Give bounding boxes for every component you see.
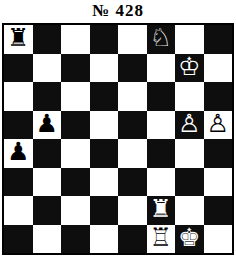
- chess-diagram: № 428 ♜♘♔♟♙♙♟♜♖♚: [0, 0, 236, 260]
- square-f7: [147, 54, 176, 83]
- square-d4: [90, 139, 119, 168]
- square-d5: [90, 111, 119, 140]
- square-a3: [4, 168, 33, 197]
- square-h7: [204, 54, 233, 83]
- square-e1: [118, 225, 147, 254]
- square-f4: [147, 139, 176, 168]
- square-h5: ♙: [204, 111, 233, 140]
- square-b1: [33, 225, 62, 254]
- square-h1: [204, 225, 233, 254]
- square-a7: [4, 54, 33, 83]
- square-d3: [90, 168, 119, 197]
- square-a2: [4, 196, 33, 225]
- square-e3: [118, 168, 147, 197]
- square-c1: [61, 225, 90, 254]
- piece-black-pawn: ♟: [7, 139, 29, 166]
- square-c3: [61, 168, 90, 197]
- piece-white-rook: ♖: [150, 225, 172, 252]
- square-f1: ♖: [147, 225, 176, 254]
- square-a6: [4, 82, 33, 111]
- square-b2: [33, 196, 62, 225]
- square-e4: [118, 139, 147, 168]
- square-g3: [175, 168, 204, 197]
- square-h6: [204, 82, 233, 111]
- square-d6: [90, 82, 119, 111]
- square-b5: ♟: [33, 111, 62, 140]
- piece-white-pawn: ♙: [207, 111, 229, 138]
- square-g5: ♙: [175, 111, 204, 140]
- square-h3: [204, 168, 233, 197]
- square-c8: [61, 25, 90, 54]
- square-g1: ♚: [175, 225, 204, 254]
- square-d7: [90, 54, 119, 83]
- square-b4: [33, 139, 62, 168]
- square-a8: ♜: [4, 25, 33, 54]
- square-g8: [175, 25, 204, 54]
- piece-white-king: ♚: [178, 225, 200, 252]
- square-g2: [175, 196, 204, 225]
- square-f2: ♜: [147, 196, 176, 225]
- square-e5: [118, 111, 147, 140]
- chess-board: ♜♘♔♟♙♙♟♜♖♚: [2, 23, 234, 255]
- square-c4: [61, 139, 90, 168]
- square-f3: [147, 168, 176, 197]
- square-b8: [33, 25, 62, 54]
- square-f6: [147, 82, 176, 111]
- square-a1: [4, 225, 33, 254]
- square-c5: [61, 111, 90, 140]
- piece-black-knight: ♘: [150, 25, 172, 52]
- square-e6: [118, 82, 147, 111]
- square-b6: [33, 82, 62, 111]
- square-e8: [118, 25, 147, 54]
- piece-white-rook: ♜: [150, 196, 172, 223]
- square-h8: [204, 25, 233, 54]
- square-a5: [4, 111, 33, 140]
- piece-black-king: ♔: [178, 54, 200, 81]
- square-h2: [204, 196, 233, 225]
- piece-black-rook: ♜: [7, 25, 29, 52]
- square-b7: [33, 54, 62, 83]
- square-a4: ♟: [4, 139, 33, 168]
- square-d2: [90, 196, 119, 225]
- square-f5: [147, 111, 176, 140]
- square-c2: [61, 196, 90, 225]
- square-e2: [118, 196, 147, 225]
- square-g6: [175, 82, 204, 111]
- square-g4: [175, 139, 204, 168]
- square-c6: [61, 82, 90, 111]
- piece-black-pawn: ♟: [36, 111, 58, 138]
- square-g7: ♔: [175, 54, 204, 83]
- problem-number: № 428: [0, 0, 236, 22]
- square-f8: ♘: [147, 25, 176, 54]
- square-d8: [90, 25, 119, 54]
- square-d1: [90, 225, 119, 254]
- piece-black-pawn: ♙: [178, 111, 200, 138]
- square-b3: [33, 168, 62, 197]
- square-c7: [61, 54, 90, 83]
- square-h4: [204, 139, 233, 168]
- square-e7: [118, 54, 147, 83]
